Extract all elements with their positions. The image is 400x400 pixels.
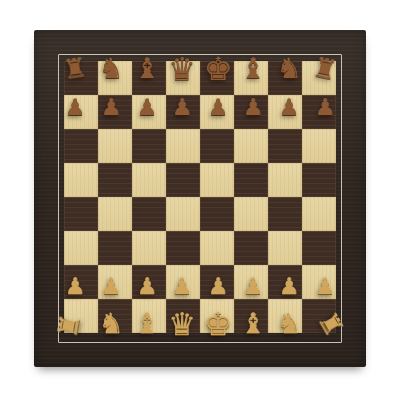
square-d5[interactable] — [166, 163, 200, 197]
square-d4[interactable] — [166, 197, 200, 231]
square-a3[interactable] — [64, 231, 98, 265]
square-e6[interactable] — [200, 129, 234, 163]
square-d6[interactable] — [166, 129, 200, 163]
piece-black-pawn-b7[interactable]: ♟ — [94, 90, 128, 124]
square-f3[interactable] — [234, 231, 268, 265]
piece-black-queen-d8[interactable]: ♛ — [165, 52, 199, 86]
piece-white-pawn-b2[interactable]: ♟ — [94, 269, 128, 303]
piece-black-pawn-a7[interactable]: ♟ — [58, 90, 92, 124]
square-f6[interactable] — [234, 129, 268, 163]
square-a5[interactable] — [64, 163, 98, 197]
piece-black-knight-g8[interactable]: ♞ — [272, 52, 306, 86]
square-b6[interactable] — [98, 129, 132, 163]
piece-white-bishop-c1[interactable]: ♝ — [130, 307, 164, 341]
square-h5[interactable] — [302, 163, 336, 197]
piece-white-pawn-g2[interactable]: ♟ — [272, 269, 306, 303]
board-frame: ♜♞♝♛♚♝♞♜♟♟♟♟♟♟♟♟♟♟♟♟♟♟♟♟♜♞♝♛♚♝♞♜ — [34, 30, 366, 367]
square-h4[interactable] — [302, 197, 336, 231]
square-g3[interactable] — [268, 231, 302, 265]
piece-black-pawn-d7[interactable]: ♟ — [165, 90, 199, 124]
piece-black-pawn-h7[interactable]: ♟ — [308, 90, 342, 124]
piece-white-pawn-h2[interactable]: ♟ — [308, 269, 342, 303]
piece-black-rook-a8[interactable]: ♜ — [56, 50, 94, 88]
square-d3[interactable] — [166, 231, 200, 265]
chess-set-photo: ♜♞♝♛♚♝♞♜♟♟♟♟♟♟♟♟♟♟♟♟♟♟♟♟♜♞♝♛♚♝♞♜ — [0, 0, 400, 400]
piece-white-pawn-c2[interactable]: ♟ — [130, 269, 164, 303]
square-a6[interactable] — [64, 129, 98, 163]
piece-white-knight-g1[interactable]: ♞ — [272, 307, 306, 341]
square-g5[interactable] — [268, 163, 302, 197]
piece-black-bishop-f8[interactable]: ♝ — [236, 52, 270, 86]
piece-white-pawn-a2[interactable]: ♟ — [58, 269, 92, 303]
piece-black-pawn-g7[interactable]: ♟ — [272, 90, 306, 124]
piece-black-pawn-c7[interactable]: ♟ — [130, 90, 164, 124]
piece-white-pawn-d2[interactable]: ♟ — [165, 269, 199, 303]
square-f5[interactable] — [234, 163, 268, 197]
piece-white-pawn-e2[interactable]: ♟ — [201, 269, 235, 303]
square-h6[interactable] — [302, 129, 336, 163]
square-e5[interactable] — [200, 163, 234, 197]
piece-black-bishop-c8[interactable]: ♝ — [130, 52, 164, 86]
piece-white-queen-d1[interactable]: ♛ — [165, 307, 199, 341]
square-a4[interactable] — [64, 197, 98, 231]
square-c4[interactable] — [132, 197, 166, 231]
square-c5[interactable] — [132, 163, 166, 197]
piece-black-knight-b8[interactable]: ♞ — [94, 52, 128, 86]
piece-white-bishop-f1[interactable]: ♝ — [236, 307, 270, 341]
piece-white-knight-b1[interactable]: ♞ — [94, 307, 128, 341]
piece-black-pawn-f7[interactable]: ♟ — [236, 90, 270, 124]
piece-black-rook-h8[interactable]: ♜ — [305, 49, 345, 89]
piece-black-king-e8[interactable]: ♚ — [201, 52, 235, 86]
square-b3[interactable] — [98, 231, 132, 265]
square-g6[interactable] — [268, 129, 302, 163]
square-e3[interactable] — [200, 231, 234, 265]
piece-white-king-e1[interactable]: ♚ — [201, 307, 235, 341]
piece-white-pawn-f2[interactable]: ♟ — [236, 269, 270, 303]
piece-black-pawn-e7[interactable]: ♟ — [201, 90, 235, 124]
square-g4[interactable] — [268, 197, 302, 231]
square-c3[interactable] — [132, 231, 166, 265]
square-e4[interactable] — [200, 197, 234, 231]
square-h3[interactable] — [302, 231, 336, 265]
square-b5[interactable] — [98, 163, 132, 197]
square-f4[interactable] — [234, 197, 268, 231]
square-c6[interactable] — [132, 129, 166, 163]
square-b4[interactable] — [98, 197, 132, 231]
piece-white-rook-a1[interactable]: ♜ — [49, 306, 88, 345]
